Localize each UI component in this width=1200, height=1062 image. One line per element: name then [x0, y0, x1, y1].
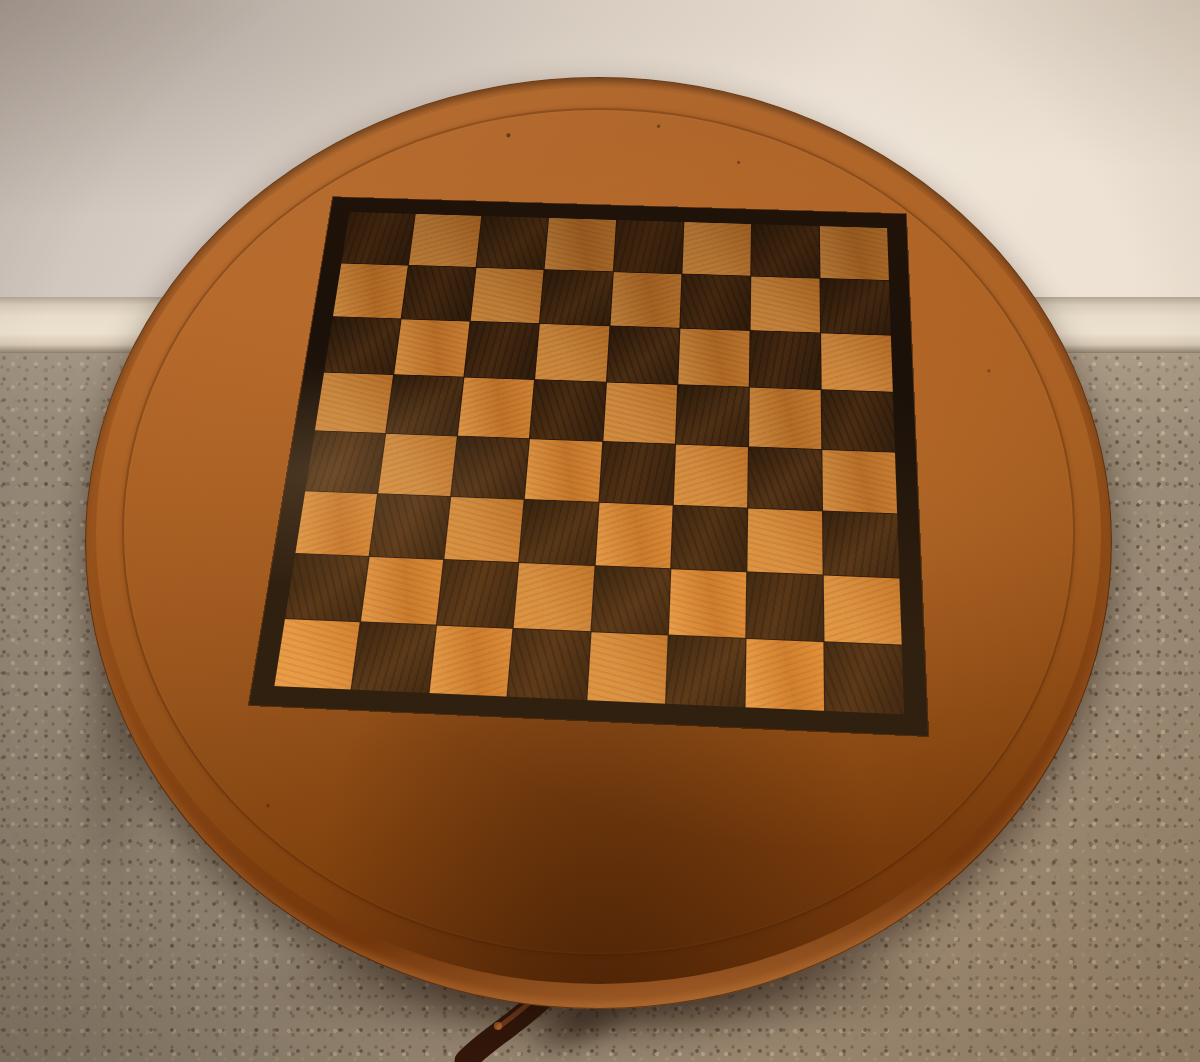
- board-square: [747, 508, 822, 574]
- board-square: [750, 277, 820, 333]
- board-square: [613, 220, 683, 274]
- board-square: [540, 270, 612, 326]
- board-square: [820, 279, 891, 335]
- board-square: [671, 505, 747, 571]
- board-square: [599, 441, 674, 504]
- board-square: [745, 639, 824, 711]
- board-square: [746, 572, 823, 641]
- board-square: [458, 378, 534, 438]
- board-square: [751, 224, 819, 278]
- board-square: [824, 575, 902, 644]
- board-square: [520, 500, 598, 565]
- board-square: [603, 383, 677, 443]
- chessboard: [249, 197, 928, 736]
- board-square: [437, 560, 518, 628]
- board-square: [430, 625, 513, 696]
- board-square: [352, 622, 436, 693]
- board-square: [822, 450, 897, 514]
- board-square: [477, 216, 549, 269]
- board-square: [822, 390, 895, 451]
- board-square: [595, 502, 672, 568]
- board-square: [606, 326, 678, 384]
- board-square: [402, 266, 476, 321]
- board-square: [530, 380, 605, 440]
- board-square: [587, 632, 668, 704]
- board-square: [748, 447, 822, 510]
- board-square: [386, 375, 463, 435]
- board-square: [465, 322, 540, 380]
- board-square: [591, 566, 670, 635]
- board-square: [452, 436, 530, 499]
- board-square: [823, 511, 899, 577]
- chessboard-grid: [274, 212, 904, 714]
- board-square: [471, 268, 544, 323]
- board-square: [666, 635, 745, 707]
- board-square: [676, 385, 749, 446]
- board-square: [610, 272, 681, 328]
- board-square: [750, 331, 821, 389]
- board-square: [315, 373, 393, 433]
- board-square: [514, 563, 594, 631]
- antique-games-table-photo: [0, 0, 1200, 1062]
- board-square: [824, 642, 904, 714]
- board-square: [668, 569, 746, 638]
- board-square: [333, 264, 408, 319]
- board-square: [341, 212, 414, 265]
- board-square: [821, 334, 893, 393]
- board-square: [445, 497, 524, 562]
- board-square: [680, 274, 750, 330]
- board-square: [324, 317, 401, 374]
- board-square: [285, 554, 369, 622]
- board-square: [678, 329, 749, 387]
- chessboard-frame: [249, 197, 928, 736]
- board-square: [545, 218, 616, 271]
- board-square: [682, 222, 751, 276]
- board-square: [394, 319, 470, 376]
- board-square: [535, 324, 609, 382]
- board-square: [274, 619, 360, 690]
- board-square: [370, 494, 451, 559]
- board-square: [409, 214, 482, 267]
- board-square: [361, 557, 443, 625]
- board-square: [305, 431, 385, 493]
- board-square: [673, 444, 747, 507]
- board-square: [508, 629, 590, 700]
- board-square: [295, 491, 377, 556]
- board-square: [820, 226, 889, 280]
- board-square: [378, 433, 457, 495]
- board-square: [525, 439, 602, 502]
- board-square: [749, 388, 821, 449]
